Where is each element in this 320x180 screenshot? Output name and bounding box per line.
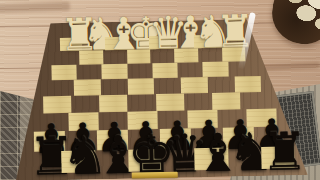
square-h7: ♟ — [33, 131, 65, 152]
chess-photo-scene: ♜♞♝♚♛♝♞♜♟♟♟♟♟♟♟♟♜♞♝♚♛♝♞♜ — [0, 0, 320, 180]
square-c3 — [178, 62, 204, 78]
square-h1: ♜ — [60, 38, 83, 51]
square-h3 — [51, 65, 77, 81]
square-d1: ♛ — [149, 36, 172, 49]
square-f2 — [103, 50, 127, 64]
square-d6 — [157, 110, 187, 129]
square-a8: ♜ — [261, 146, 295, 169]
square-a4 — [234, 76, 261, 93]
square-c5 — [184, 93, 213, 111]
square-g8: ♞ — [61, 150, 95, 173]
square-d4 — [154, 78, 181, 95]
square-b6 — [217, 109, 247, 128]
chessboard: ♜♞♝♚♛♝♞♜♟♟♟♟♟♟♟♟♜♞♝♚♛♝♞♜ — [6, 3, 314, 180]
square-f6 — [98, 112, 128, 131]
square-a7: ♟ — [254, 126, 286, 147]
square-b8: ♞ — [228, 147, 262, 170]
square-b4 — [207, 76, 234, 93]
square-c4 — [181, 77, 208, 94]
square-d8: ♛ — [161, 148, 195, 171]
square-g2 — [79, 50, 103, 64]
square-g3 — [77, 64, 103, 80]
square-g6 — [68, 112, 98, 131]
square-g7: ♟ — [65, 130, 97, 151]
square-h4 — [47, 80, 74, 97]
square-f4 — [101, 79, 128, 96]
square-e7: ♟ — [128, 129, 160, 150]
square-e2 — [127, 49, 151, 63]
square-b7: ♟ — [222, 127, 254, 148]
square-h2 — [56, 51, 80, 65]
square-c6 — [187, 110, 217, 129]
square-h6 — [39, 113, 69, 132]
square-h5 — [43, 96, 72, 114]
square-b3 — [203, 62, 229, 78]
square-e4 — [127, 78, 154, 95]
square-f3 — [102, 64, 128, 80]
square-c2 — [174, 48, 198, 62]
square-h8: ♜ — [28, 151, 62, 174]
square-f8: ♝ — [95, 150, 129, 173]
square-c8: ♝ — [194, 148, 228, 171]
square-b1: ♞ — [193, 35, 216, 48]
square-e5 — [127, 94, 156, 112]
square-f5 — [99, 95, 128, 113]
square-e6 — [128, 111, 158, 130]
square-b5 — [212, 92, 241, 110]
brand-plaque — [132, 172, 178, 179]
square-d2 — [150, 49, 174, 63]
square-f1: ♝ — [104, 37, 127, 50]
square-g1: ♞ — [82, 37, 105, 50]
square-d7: ♟ — [159, 128, 191, 149]
square-g5 — [71, 95, 100, 113]
square-a6 — [247, 109, 277, 128]
board-rank-row: ♜♞♝♚♛♝♞♜ — [28, 146, 294, 174]
square-b2 — [198, 48, 222, 62]
square-f7: ♟ — [96, 130, 128, 151]
square-e1: ♚ — [127, 36, 150, 49]
square-c7: ♟ — [191, 128, 223, 149]
square-e8: ♚ — [128, 149, 162, 172]
square-g4 — [74, 79, 101, 96]
square-d5 — [156, 93, 185, 111]
square-c1: ♝ — [171, 35, 194, 48]
square-a5 — [240, 92, 269, 110]
square-e3 — [127, 63, 153, 79]
board-squares-grid: ♜♞♝♚♛♝♞♜♟♟♟♟♟♟♟♟♜♞♝♚♛♝♞♜ — [6, 3, 314, 180]
square-d3 — [152, 63, 178, 79]
square-a1: ♜ — [216, 34, 239, 47]
